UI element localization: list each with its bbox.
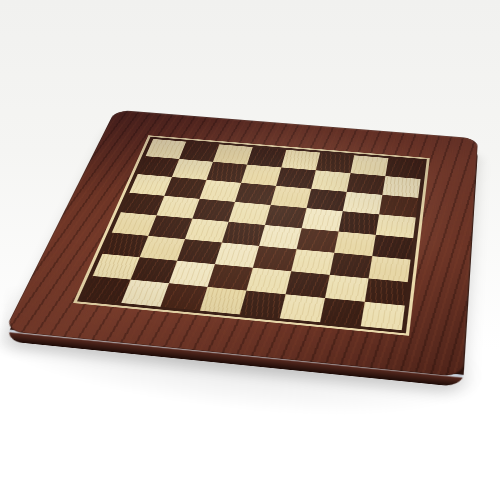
board-square xyxy=(361,302,405,330)
board-playing-area xyxy=(73,135,430,336)
board-square xyxy=(200,287,247,315)
chess-board xyxy=(4,110,478,377)
photo-background xyxy=(0,0,500,500)
board-grid xyxy=(82,139,422,330)
board-square xyxy=(280,294,325,322)
board-square xyxy=(240,291,286,319)
board-square xyxy=(320,298,365,326)
